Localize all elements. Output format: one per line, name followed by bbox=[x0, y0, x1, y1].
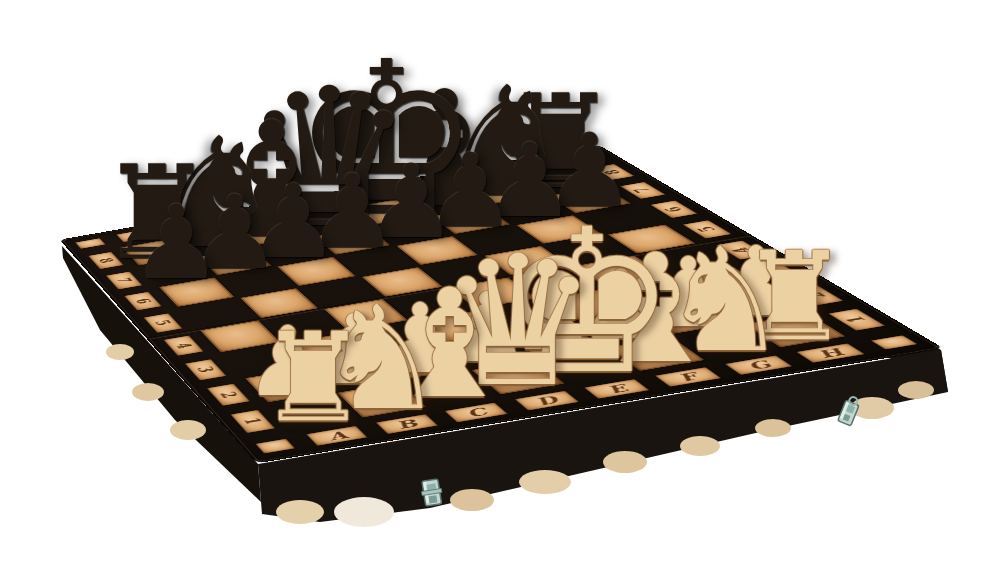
rank-number: 1 bbox=[842, 315, 871, 323]
file-letter: B bbox=[185, 221, 207, 230]
edge-scallop bbox=[519, 470, 571, 494]
label-plaque: 3 bbox=[752, 262, 805, 282]
rank-number: 4 bbox=[172, 342, 194, 350]
rank-number: 8 bbox=[96, 257, 116, 264]
edge-scallop bbox=[170, 420, 206, 440]
corner-plaque-wood bbox=[569, 151, 604, 161]
label-plaque: H bbox=[796, 343, 864, 362]
corner-plaque-wood bbox=[75, 238, 106, 249]
edge-scallop bbox=[132, 383, 164, 401]
label-plaque: 2 bbox=[789, 285, 844, 306]
label-plaque: 8 bbox=[590, 164, 634, 180]
file-letter: F bbox=[411, 181, 432, 189]
label-plaque: 2 bbox=[207, 384, 250, 406]
label-plaque: E bbox=[584, 379, 649, 399]
rank-number: 5 bbox=[694, 226, 719, 233]
rank-number: 5 bbox=[152, 319, 174, 327]
edge-scallop bbox=[603, 451, 647, 473]
photo-stage: ABCDEFGH8877665544332211ABCDEFGH ♜♞♝♛♚♝♞… bbox=[0, 0, 1000, 573]
rank-number: 2 bbox=[802, 291, 830, 299]
file-letter: A bbox=[130, 231, 150, 239]
rank-number: 8 bbox=[601, 169, 624, 176]
rank-number: 1 bbox=[240, 417, 265, 426]
rank-number: 4 bbox=[728, 246, 754, 254]
label-plaque: 7 bbox=[106, 271, 142, 289]
rank-number: 7 bbox=[631, 187, 655, 194]
file-letter: H bbox=[812, 347, 847, 359]
file-letter: E bbox=[354, 191, 376, 199]
rank-number: 6 bbox=[132, 297, 153, 304]
label-plaque: 6 bbox=[124, 292, 162, 311]
rank-number: 6 bbox=[662, 206, 686, 213]
rank-number: 2 bbox=[216, 391, 240, 399]
edge-scallop bbox=[276, 500, 324, 524]
label-plaque: A bbox=[307, 426, 368, 446]
label-plaque: 4 bbox=[716, 241, 767, 260]
file-letter: E bbox=[602, 383, 631, 395]
label-plaque: C bbox=[445, 403, 508, 423]
label-plaque: 8 bbox=[88, 252, 123, 269]
rank-number: 3 bbox=[194, 366, 217, 374]
label-plaque: 6 bbox=[650, 200, 697, 218]
edge-scallop bbox=[334, 497, 394, 527]
label-plaque: F bbox=[655, 367, 721, 387]
label-plaque: 7 bbox=[620, 182, 666, 199]
rank-number: 7 bbox=[114, 277, 135, 284]
label-plaque: 3 bbox=[185, 359, 227, 380]
file-letter: B bbox=[392, 418, 421, 430]
label-plaque: 1 bbox=[230, 410, 275, 433]
corner-plaque-wood bbox=[871, 335, 918, 349]
edge-scallop bbox=[106, 344, 134, 360]
file-letter: H bbox=[522, 161, 548, 170]
file-letter: G bbox=[466, 171, 490, 179]
file-letter: A bbox=[324, 430, 350, 442]
label-plaque: 4 bbox=[164, 336, 204, 356]
file-letter: C bbox=[462, 406, 490, 418]
edge-scallop bbox=[898, 381, 934, 399]
label-plaque: 5 bbox=[683, 220, 732, 238]
rank-number: 3 bbox=[764, 268, 791, 276]
label-plaque: G bbox=[725, 355, 792, 375]
file-letter: F bbox=[673, 371, 702, 383]
file-letter: C bbox=[241, 211, 262, 219]
edge-scallop bbox=[450, 489, 494, 511]
edge-scallop bbox=[755, 419, 791, 437]
label-plaque: 1 bbox=[828, 309, 885, 331]
label-plaque: D bbox=[514, 391, 578, 411]
edge-scallop bbox=[680, 436, 720, 456]
file-letter: D bbox=[297, 201, 320, 210]
file-letter: G bbox=[742, 359, 775, 371]
label-plaque: 5 bbox=[143, 313, 182, 333]
label-plaque: B bbox=[376, 414, 438, 434]
file-letter: D bbox=[531, 395, 562, 407]
corner-plaque-wood bbox=[255, 439, 295, 454]
